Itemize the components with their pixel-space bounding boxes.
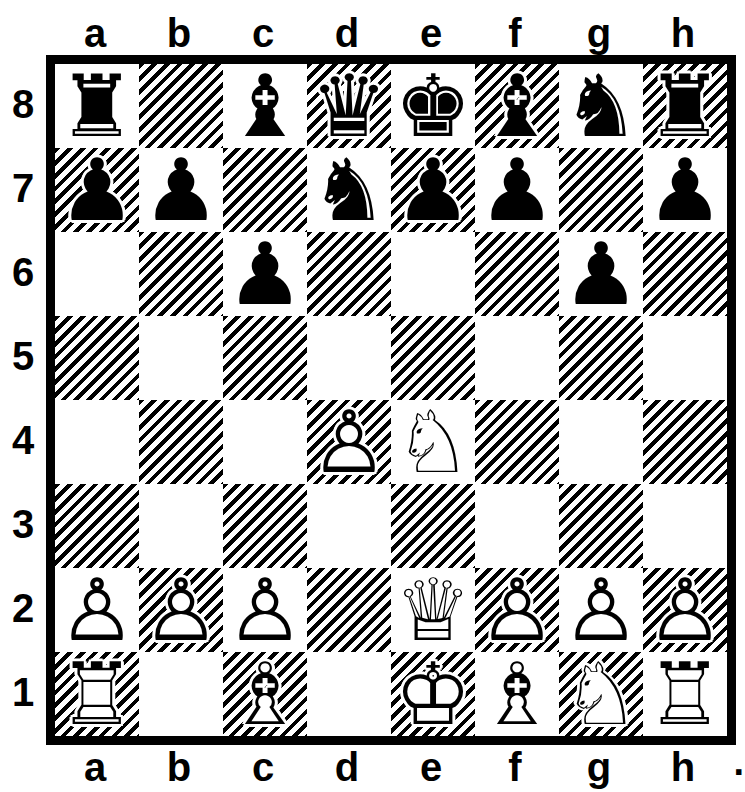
file-label-d: d: [305, 11, 389, 55]
rank-label-1: 1: [0, 650, 46, 734]
square-e1: ♚♔: [391, 652, 475, 736]
piece-white-pawn: ♙: [139, 568, 223, 652]
piece-black-pawn: ♟: [139, 148, 223, 232]
square-g3: [559, 484, 643, 568]
square-e2: ♛♕: [391, 568, 475, 652]
square-b3: [139, 484, 223, 568]
square-b4: [139, 400, 223, 484]
square-d8: ♛♛: [307, 64, 391, 148]
square-d2: [307, 568, 391, 652]
file-label-e: e: [389, 745, 473, 789]
square-e4: ♞♘: [391, 400, 475, 484]
square-c8: ♝♝: [223, 64, 307, 148]
square-f6: [475, 232, 559, 316]
piece-black-rook: ♜: [55, 64, 139, 148]
piece-black-king: ♚: [391, 64, 475, 148]
square-f5: [475, 316, 559, 400]
square-f4: [475, 400, 559, 484]
file-label-h: h: [641, 11, 725, 55]
square-g8: ♞♞: [559, 64, 643, 148]
square-f3: [475, 484, 559, 568]
rank-label-8: 8: [0, 62, 46, 146]
square-h4: [643, 400, 727, 484]
square-e7: ♟♟: [391, 148, 475, 232]
file-label-c: c: [221, 745, 305, 789]
piece-white-bishop: ♗: [223, 652, 307, 736]
square-g6: ♟♟: [559, 232, 643, 316]
piece-white-queen: ♕: [391, 568, 475, 652]
piece-black-knight: ♞: [307, 148, 391, 232]
square-g5: [559, 316, 643, 400]
square-f1: ♝♗: [475, 652, 559, 736]
rank-labels: 87654321: [0, 55, 46, 734]
square-b1: [139, 652, 223, 736]
trailing-period: .: [733, 741, 744, 784]
board: ♜♜♝♝♛♛♚♚♝♝♞♞♜♜♟♟♟♟♞♞♟♟♟♟♟♟♟♟♟♟♟♙♞♘♟♙♟♙♟♙…: [46, 55, 736, 745]
square-h6: [643, 232, 727, 316]
rank-label-7: 7: [0, 146, 46, 230]
piece-black-queen: ♛: [307, 64, 391, 148]
piece-white-pawn: ♙: [307, 400, 391, 484]
square-e3: [391, 484, 475, 568]
piece-white-knight: ♘: [559, 652, 643, 736]
square-c5: [223, 316, 307, 400]
square-c3: [223, 484, 307, 568]
square-a2: ♟♙: [55, 568, 139, 652]
square-g1: ♞♘: [559, 652, 643, 736]
file-label-f: f: [473, 745, 557, 789]
file-labels-top: abcdefgh: [53, 0, 725, 55]
piece-black-pawn: ♟: [475, 148, 559, 232]
piece-white-pawn: ♙: [559, 568, 643, 652]
piece-black-bishop: ♝: [475, 64, 559, 148]
square-f8: ♝♝: [475, 64, 559, 148]
file-label-h: h: [641, 745, 725, 789]
file-label-g: g: [557, 745, 641, 789]
file-label-b: b: [137, 745, 221, 789]
square-a8: ♜♜: [55, 64, 139, 148]
rank-label-3: 3: [0, 482, 46, 566]
rank-label-5: 5: [0, 314, 46, 398]
square-h7: ♟♟: [643, 148, 727, 232]
square-f7: ♟♟: [475, 148, 559, 232]
piece-white-pawn: ♙: [475, 568, 559, 652]
square-a6: [55, 232, 139, 316]
square-b8: [139, 64, 223, 148]
square-c1: ♝♗: [223, 652, 307, 736]
rank-label-4: 4: [0, 398, 46, 482]
piece-black-pawn: ♟: [55, 148, 139, 232]
piece-black-bishop: ♝: [223, 64, 307, 148]
square-a4: [55, 400, 139, 484]
square-h8: ♜♜: [643, 64, 727, 148]
square-h1: ♜♖: [643, 652, 727, 736]
square-b2: ♟♙: [139, 568, 223, 652]
piece-white-knight: ♘: [391, 400, 475, 484]
square-d7: ♞♞: [307, 148, 391, 232]
square-b5: [139, 316, 223, 400]
piece-white-pawn: ♙: [643, 568, 727, 652]
file-label-f: f: [473, 11, 557, 55]
piece-black-pawn: ♟: [223, 232, 307, 316]
piece-black-knight: ♞: [559, 64, 643, 148]
square-b7: ♟♟: [139, 148, 223, 232]
piece-white-king: ♔: [391, 652, 475, 736]
square-d3: [307, 484, 391, 568]
file-label-e: e: [389, 11, 473, 55]
square-d1: [307, 652, 391, 736]
square-g2: ♟♙: [559, 568, 643, 652]
square-c2: ♟♙: [223, 568, 307, 652]
square-a1: ♜♖: [55, 652, 139, 736]
piece-black-pawn: ♟: [559, 232, 643, 316]
piece-white-rook: ♖: [55, 652, 139, 736]
rank-label-2: 2: [0, 566, 46, 650]
file-label-c: c: [221, 11, 305, 55]
square-c4: [223, 400, 307, 484]
square-d5: [307, 316, 391, 400]
square-d4: ♟♙: [307, 400, 391, 484]
file-label-d: d: [305, 745, 389, 789]
square-h5: [643, 316, 727, 400]
square-f2: ♟♙: [475, 568, 559, 652]
square-e8: ♚♚: [391, 64, 475, 148]
chess-diagram: abcdefgh 87654321 ♜♜♝♝♛♛♚♚♝♝♞♞♜♜♟♟♟♟♞♞♟♟…: [0, 0, 745, 792]
square-h2: ♟♙: [643, 568, 727, 652]
piece-black-rook: ♜: [643, 64, 727, 148]
square-a5: [55, 316, 139, 400]
square-c6: ♟♟: [223, 232, 307, 316]
square-d6: [307, 232, 391, 316]
piece-black-pawn: ♟: [643, 148, 727, 232]
square-h3: [643, 484, 727, 568]
square-e6: [391, 232, 475, 316]
file-label-a: a: [53, 11, 137, 55]
square-c7: [223, 148, 307, 232]
piece-white-pawn: ♙: [223, 568, 307, 652]
square-g7: [559, 148, 643, 232]
file-label-a: a: [53, 745, 137, 789]
board-band: 87654321 ♜♜♝♝♛♛♚♚♝♝♞♞♜♜♟♟♟♟♞♞♟♟♟♟♟♟♟♟♟♟♟…: [0, 55, 745, 745]
square-e5: [391, 316, 475, 400]
square-a7: ♟♟: [55, 148, 139, 232]
rank-label-6: 6: [0, 230, 46, 314]
piece-white-pawn: ♙: [55, 568, 139, 652]
piece-black-pawn: ♟: [391, 148, 475, 232]
file-label-b: b: [137, 11, 221, 55]
square-g4: [559, 400, 643, 484]
piece-white-rook: ♖: [643, 652, 727, 736]
square-b6: [139, 232, 223, 316]
file-labels-bottom: abcdefgh: [53, 745, 725, 792]
square-a3: [55, 484, 139, 568]
piece-white-bishop: ♗: [475, 652, 559, 736]
file-label-g: g: [557, 11, 641, 55]
